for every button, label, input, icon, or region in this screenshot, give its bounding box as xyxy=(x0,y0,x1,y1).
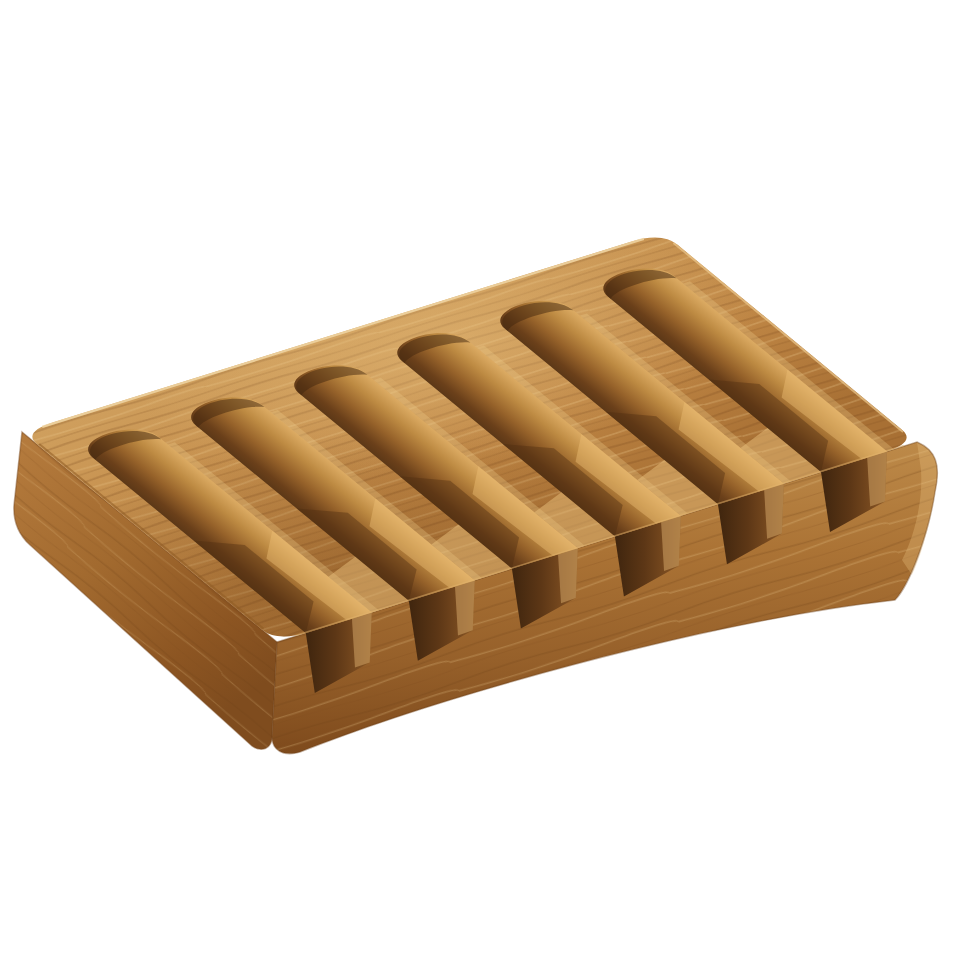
notch-lit-wall xyxy=(661,516,681,571)
notch-lit-wall xyxy=(352,612,372,667)
notch-lit-wall xyxy=(558,548,578,603)
soap-dish xyxy=(14,232,938,754)
notch-lit-wall xyxy=(764,484,784,539)
product-image xyxy=(0,0,960,960)
product-photo-svg xyxy=(0,0,960,960)
notch-lit-wall xyxy=(455,580,475,635)
notch-lit-wall xyxy=(867,451,887,506)
